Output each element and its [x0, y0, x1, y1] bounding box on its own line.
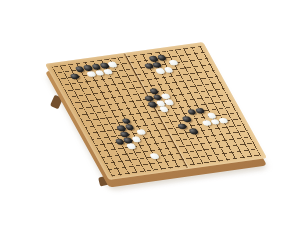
stones-grid: [46, 43, 265, 179]
go-board: [45, 42, 267, 180]
product-photo: [0, 0, 300, 238]
